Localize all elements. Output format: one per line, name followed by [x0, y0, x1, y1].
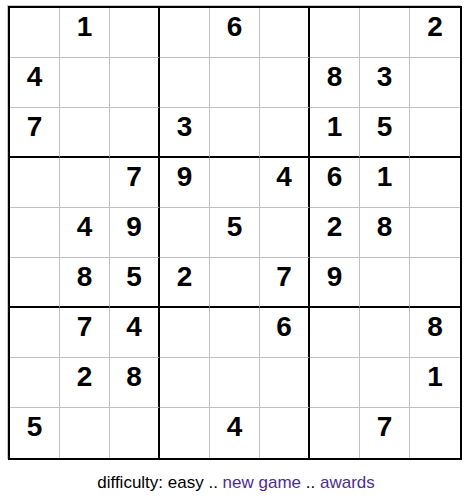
cell-r1c8[interactable] — [360, 8, 410, 58]
cell-r5c5[interactable]: 5 — [210, 208, 260, 258]
cell-r2c9[interactable] — [410, 58, 460, 108]
cell-r3c4[interactable]: 3 — [160, 108, 210, 158]
cell-r3c7[interactable]: 1 — [310, 108, 360, 158]
cell-r8c8[interactable] — [360, 358, 410, 408]
cell-r5c1[interactable] — [10, 208, 60, 258]
cell-r3c2[interactable] — [60, 108, 110, 158]
cell-r5c7[interactable]: 2 — [310, 208, 360, 258]
cell-r1c9[interactable]: 2 — [410, 8, 460, 58]
cell-r8c4[interactable] — [160, 358, 210, 408]
cell-r6c6[interactable]: 7 — [260, 258, 310, 308]
cell-r6c4[interactable]: 2 — [160, 258, 210, 308]
cell-r4c1[interactable] — [10, 158, 60, 208]
cell-r8c7[interactable] — [310, 358, 360, 408]
cell-r2c7[interactable]: 8 — [310, 58, 360, 108]
awards-link[interactable]: awards — [320, 473, 375, 492]
cell-r8c3[interactable]: 8 — [110, 358, 160, 408]
cell-r2c8[interactable]: 3 — [360, 58, 410, 108]
footer-bar: difficulty: easy .. new game .. awards — [0, 473, 472, 493]
cell-r3c5[interactable] — [210, 108, 260, 158]
cell-r7c7[interactable] — [310, 308, 360, 358]
cell-r6c2[interactable]: 8 — [60, 258, 110, 308]
cell-r5c6[interactable] — [260, 208, 310, 258]
cell-r1c4[interactable] — [160, 8, 210, 58]
cell-r2c1[interactable]: 4 — [10, 58, 60, 108]
separator: .. — [301, 473, 320, 492]
cell-r5c4[interactable] — [160, 208, 210, 258]
cell-r9c2[interactable] — [60, 408, 110, 458]
cell-r7c4[interactable] — [160, 308, 210, 358]
cell-r2c4[interactable] — [160, 58, 210, 108]
cell-r5c2[interactable]: 4 — [60, 208, 110, 258]
cell-r8c6[interactable] — [260, 358, 310, 408]
new-game-link[interactable]: new game — [223, 473, 301, 492]
cell-r6c9[interactable] — [410, 258, 460, 308]
cell-r9c4[interactable] — [160, 408, 210, 458]
cell-r1c6[interactable] — [260, 8, 310, 58]
cell-r5c8[interactable]: 8 — [360, 208, 410, 258]
sudoku-board: 16248373157946149528852797468281547 — [8, 6, 462, 460]
cell-r2c6[interactable] — [260, 58, 310, 108]
cell-r1c5[interactable]: 6 — [210, 8, 260, 58]
separator: .. — [204, 473, 223, 492]
cell-r3c3[interactable] — [110, 108, 160, 158]
cell-r4c4[interactable]: 9 — [160, 158, 210, 208]
cell-r7c5[interactable] — [210, 308, 260, 358]
cell-r9c1[interactable]: 5 — [10, 408, 60, 458]
cell-r1c2[interactable]: 1 — [60, 8, 110, 58]
cell-r7c3[interactable]: 4 — [110, 308, 160, 358]
cell-r9c3[interactable] — [110, 408, 160, 458]
cell-r5c9[interactable] — [410, 208, 460, 258]
cell-r5c3[interactable]: 9 — [110, 208, 160, 258]
cell-r2c3[interactable] — [110, 58, 160, 108]
cell-r8c9[interactable]: 1 — [410, 358, 460, 408]
difficulty-label: difficulty: easy — [97, 473, 203, 492]
cell-r1c3[interactable] — [110, 8, 160, 58]
cell-r9c5[interactable]: 4 — [210, 408, 260, 458]
cell-r4c6[interactable]: 4 — [260, 158, 310, 208]
cell-r6c1[interactable] — [10, 258, 60, 308]
cell-r2c2[interactable] — [60, 58, 110, 108]
cell-r9c8[interactable]: 7 — [360, 408, 410, 458]
cell-r6c5[interactable] — [210, 258, 260, 308]
cell-r7c1[interactable] — [10, 308, 60, 358]
cell-r6c8[interactable] — [360, 258, 410, 308]
cell-r1c1[interactable] — [10, 8, 60, 58]
cell-r4c2[interactable] — [60, 158, 110, 208]
cell-r7c8[interactable] — [360, 308, 410, 358]
cell-r6c3[interactable]: 5 — [110, 258, 160, 308]
cell-r2c5[interactable] — [210, 58, 260, 108]
cell-r9c7[interactable] — [310, 408, 360, 458]
cell-r4c7[interactable]: 6 — [310, 158, 360, 208]
cell-r4c3[interactable]: 7 — [110, 158, 160, 208]
cell-r8c5[interactable] — [210, 358, 260, 408]
cell-r7c9[interactable]: 8 — [410, 308, 460, 358]
cell-r1c7[interactable] — [310, 8, 360, 58]
cell-r9c9[interactable] — [410, 408, 460, 458]
cell-r3c1[interactable]: 7 — [10, 108, 60, 158]
cell-r8c2[interactable]: 2 — [60, 358, 110, 408]
cell-r3c6[interactable] — [260, 108, 310, 158]
cell-r3c8[interactable]: 5 — [360, 108, 410, 158]
cell-r7c6[interactable]: 6 — [260, 308, 310, 358]
cell-r7c2[interactable]: 7 — [60, 308, 110, 358]
cell-r4c9[interactable] — [410, 158, 460, 208]
cell-r4c5[interactable] — [210, 158, 260, 208]
cell-r8c1[interactable] — [10, 358, 60, 408]
cell-r4c8[interactable]: 1 — [360, 158, 410, 208]
cell-r9c6[interactable] — [260, 408, 310, 458]
cell-r3c9[interactable] — [410, 108, 460, 158]
cell-r6c7[interactable]: 9 — [310, 258, 360, 308]
